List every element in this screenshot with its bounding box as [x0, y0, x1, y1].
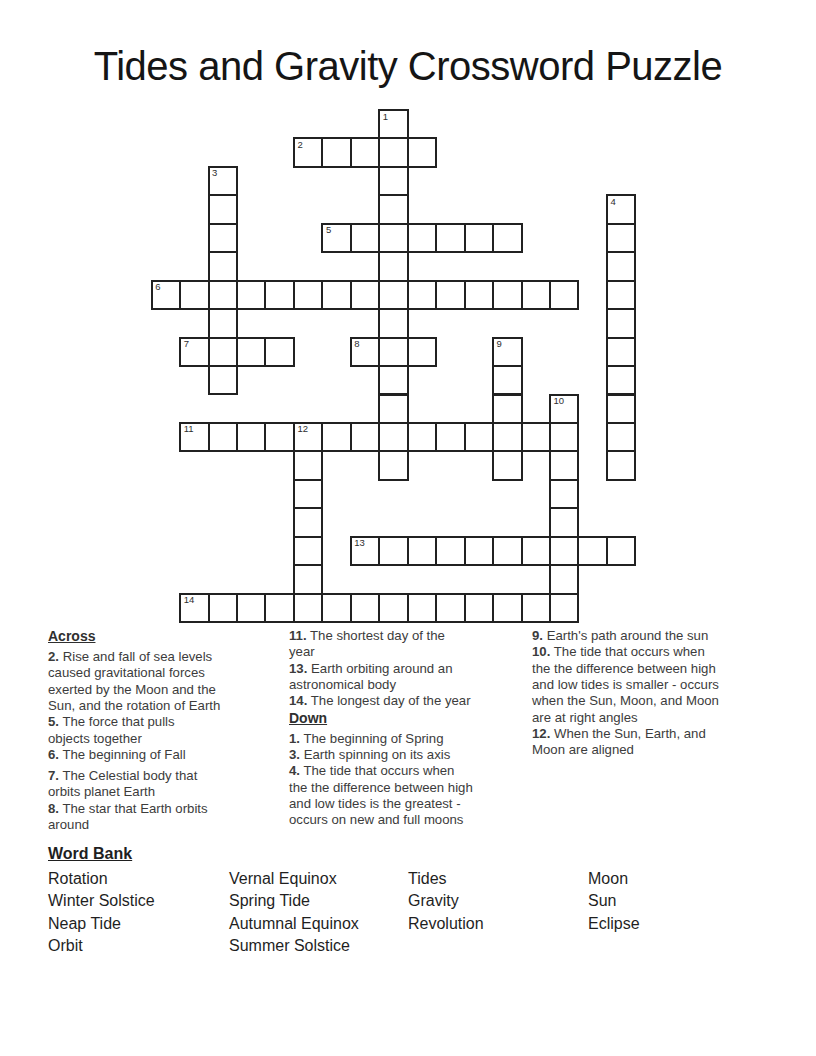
- grid-cell[interactable]: 2: [293, 137, 323, 167]
- grid-cell[interactable]: [492, 593, 522, 623]
- clue-number-label: 13: [354, 538, 365, 548]
- grid-cell[interactable]: [208, 280, 238, 310]
- clue-text: Rise and fall of sea levels caused gravi…: [48, 649, 220, 713]
- grid-cell[interactable]: [549, 479, 579, 509]
- grid-cell[interactable]: 5: [321, 223, 351, 253]
- grid-cell[interactable]: [350, 422, 380, 452]
- clue-text: The longest day of the year: [311, 693, 471, 708]
- grid-cell[interactable]: [577, 536, 607, 566]
- clue-text: The star that Earth orbits around: [48, 801, 208, 832]
- word-bank-item: Orbit: [48, 935, 155, 957]
- grid-cell[interactable]: [492, 536, 522, 566]
- grid-cell[interactable]: [464, 280, 494, 310]
- grid-cell[interactable]: [407, 137, 437, 167]
- grid-cell[interactable]: [549, 593, 579, 623]
- word-bank-item: Gravity: [408, 890, 484, 912]
- clue-number: 5.: [48, 714, 59, 729]
- grid-cell[interactable]: [293, 280, 323, 310]
- grid-cell[interactable]: [606, 365, 636, 395]
- grid-cell[interactable]: [435, 593, 465, 623]
- clue: 3. Earth spinning on its axis: [289, 747, 529, 763]
- clues-section-heading: Across: [48, 628, 284, 644]
- grid-cell[interactable]: [208, 194, 238, 224]
- clue: 7. The Celestial body that orbits planet…: [48, 768, 284, 801]
- grid-cell[interactable]: 10: [549, 394, 579, 424]
- grid-cell[interactable]: [350, 593, 380, 623]
- clue: 6. The beginning of Fall: [48, 747, 284, 763]
- grid-cell[interactable]: [321, 137, 351, 167]
- clue-number-label: 3: [212, 168, 217, 178]
- word-bank-item: Eclipse: [588, 913, 640, 935]
- grid-cell[interactable]: [492, 450, 522, 480]
- grid-cell[interactable]: 11: [179, 422, 209, 452]
- word-bank-column: Vernal EquinoxSpring TideAutumnal Equino…: [229, 868, 359, 958]
- clue-text: The shortest day of the year: [289, 628, 445, 659]
- clue: 13. Earth orbiting around an astronomica…: [289, 661, 529, 694]
- grid-cell[interactable]: [378, 308, 408, 338]
- grid-cell[interactable]: 7: [179, 337, 209, 367]
- clues-section-heading: Down: [289, 710, 529, 726]
- grid-cell[interactable]: [492, 223, 522, 253]
- grid-cell[interactable]: 1: [378, 109, 408, 139]
- clue: 4. The tide that occurs when the the dif…: [289, 763, 529, 828]
- clue-text: The beginning of Fall: [62, 747, 185, 762]
- grid-cell[interactable]: [549, 536, 579, 566]
- grid-cell[interactable]: [179, 280, 209, 310]
- grid-cell[interactable]: [464, 536, 494, 566]
- clue-number: 9.: [532, 628, 543, 643]
- clue: 2. Rise and fall of sea levels caused gr…: [48, 649, 284, 714]
- clue-number: 7.: [48, 768, 59, 783]
- clue: 9. Earth's path around the sun: [532, 628, 774, 644]
- clue-text: The force that pulls objects together: [48, 714, 175, 745]
- grid-cell[interactable]: [464, 593, 494, 623]
- grid-cell[interactable]: [407, 536, 437, 566]
- grid-cell[interactable]: [549, 422, 579, 452]
- clue-number-label: 11: [184, 424, 194, 434]
- clue-number-label: 1: [383, 112, 388, 122]
- grid-cell[interactable]: [208, 308, 238, 338]
- grid-cell[interactable]: [407, 593, 437, 623]
- grid-cell[interactable]: [264, 280, 294, 310]
- crossword-page: Tides and Gravity Crossword Puzzle 12345…: [0, 0, 816, 1056]
- grid-cell[interactable]: [378, 166, 408, 196]
- clue-number: 13.: [289, 661, 307, 676]
- grid-cell[interactable]: [208, 337, 238, 367]
- grid-cell[interactable]: [378, 280, 408, 310]
- clue: 8. The star that Earth orbits around: [48, 801, 284, 834]
- clue: 12. When the Sun, Earth, and Moon are al…: [532, 726, 774, 759]
- grid-cell[interactable]: [378, 223, 408, 253]
- grid-cell[interactable]: [492, 365, 522, 395]
- clue-text: Earth orbiting around an astronomical bo…: [289, 661, 453, 692]
- grid-cell[interactable]: [407, 280, 437, 310]
- word-bank-item: Tides: [408, 868, 484, 890]
- clue-number-label: 7: [184, 339, 189, 349]
- clue-number: 3.: [289, 747, 300, 762]
- grid-cell[interactable]: [407, 422, 437, 452]
- grid-cell[interactable]: [606, 422, 636, 452]
- clue-column: Across2. Rise and fall of sea levels cau…: [48, 628, 284, 833]
- grid-cell[interactable]: 12: [293, 422, 323, 452]
- grid-cell[interactable]: [208, 251, 238, 281]
- grid-cell[interactable]: [549, 450, 579, 480]
- grid-cell[interactable]: 6: [151, 280, 181, 310]
- grid-cell[interactable]: [293, 536, 323, 566]
- clue-number-label: 14: [184, 595, 195, 605]
- clue-number-label: 10: [553, 396, 564, 406]
- word-bank-heading: Word Bank: [48, 844, 132, 864]
- grid-cell[interactable]: [293, 507, 323, 537]
- grid-cell[interactable]: [321, 422, 351, 452]
- word-bank-item: Moon: [588, 868, 640, 890]
- grid-cell[interactable]: [378, 422, 408, 452]
- grid-cell[interactable]: 14: [179, 593, 209, 623]
- grid-cell[interactable]: [321, 593, 351, 623]
- grid-cell[interactable]: [264, 337, 294, 367]
- word-bank-item: Vernal Equinox: [229, 868, 359, 890]
- grid-cell[interactable]: [606, 394, 636, 424]
- grid-cell[interactable]: [606, 337, 636, 367]
- grid-cell[interactable]: [464, 223, 494, 253]
- word-bank-item: Spring Tide: [229, 890, 359, 912]
- grid-cell[interactable]: [435, 422, 465, 452]
- clue-text: The tide that occurs when the the differ…: [532, 644, 719, 724]
- grid-cell[interactable]: [521, 536, 551, 566]
- grid-cell[interactable]: [378, 251, 408, 281]
- clue-number-label: 4: [610, 197, 615, 207]
- grid-cell[interactable]: [606, 223, 636, 253]
- grid-cell[interactable]: [378, 450, 408, 480]
- clue-text: Earth spinning on its axis: [304, 747, 451, 762]
- grid-cell[interactable]: [435, 536, 465, 566]
- grid-cell[interactable]: [407, 337, 437, 367]
- grid-cell[interactable]: 9: [492, 337, 522, 367]
- grid-cell[interactable]: [435, 223, 465, 253]
- word-bank-item: Sun: [588, 890, 640, 912]
- clue-number: 10.: [532, 644, 550, 659]
- word-bank-item: Autumnal Equinox: [229, 913, 359, 935]
- clue-column: 9. Earth's path around the sun10. The ti…: [532, 628, 774, 759]
- clue-text: The beginning of Spring: [303, 731, 443, 746]
- grid-cell[interactable]: [264, 593, 294, 623]
- grid-cell[interactable]: 4: [606, 194, 636, 224]
- grid-cell[interactable]: [293, 564, 323, 594]
- grid-cell[interactable]: [293, 479, 323, 509]
- grid-cell[interactable]: [378, 365, 408, 395]
- word-bank-column: TidesGravityRevolution: [408, 868, 484, 935]
- grid-cell[interactable]: [378, 394, 408, 424]
- clue-number: 4.: [289, 763, 300, 778]
- grid-cell[interactable]: [293, 593, 323, 623]
- grid-cell[interactable]: [236, 280, 266, 310]
- clue-text: Earth's path around the sun: [547, 628, 709, 643]
- clue: 10. The tide that occurs when the the di…: [532, 644, 774, 726]
- grid-cell[interactable]: [293, 450, 323, 480]
- clue-number-label: 2: [297, 140, 302, 150]
- grid-cell[interactable]: [606, 536, 636, 566]
- grid-cell[interactable]: [236, 422, 266, 452]
- word-bank-column: MoonSunEclipse: [588, 868, 640, 935]
- grid-cell[interactable]: [321, 280, 351, 310]
- grid-cell[interactable]: [606, 450, 636, 480]
- grid-cell[interactable]: [378, 337, 408, 367]
- clue-number-label: 8: [354, 339, 359, 349]
- word-bank-item: Summer Solstice: [229, 935, 359, 957]
- grid-cell[interactable]: [378, 593, 408, 623]
- clue-number: 8.: [48, 801, 59, 816]
- grid-cell[interactable]: 3: [208, 166, 238, 196]
- word-bank-item: Rotation: [48, 868, 155, 890]
- clue-number: 1.: [289, 731, 300, 746]
- clue-number-label: 6: [155, 282, 160, 292]
- clue-text: When the Sun, Earth, and Moon are aligne…: [532, 726, 706, 757]
- grid-cell[interactable]: [492, 280, 522, 310]
- grid-cell[interactable]: [208, 593, 238, 623]
- clue: 14. The longest day of the year: [289, 693, 529, 709]
- grid-cell[interactable]: [549, 564, 579, 594]
- grid-cell[interactable]: [521, 422, 551, 452]
- word-bank-item: Winter Solstice: [48, 890, 155, 912]
- grid-cell[interactable]: [378, 194, 408, 224]
- grid-cell[interactable]: [492, 422, 522, 452]
- grid-cell[interactable]: [521, 593, 551, 623]
- grid-cell[interactable]: [549, 280, 579, 310]
- grid-cell[interactable]: [264, 422, 294, 452]
- page-title: Tides and Gravity Crossword Puzzle: [0, 42, 816, 90]
- grid-cell[interactable]: [407, 223, 437, 253]
- clue-number: 14.: [289, 693, 307, 708]
- grid-cell[interactable]: [208, 422, 238, 452]
- clue-number: 6.: [48, 747, 59, 762]
- grid-cell[interactable]: [606, 280, 636, 310]
- clue-number: 11.: [289, 628, 307, 643]
- clue: 1. The beginning of Spring: [289, 731, 529, 747]
- clue-text: The Celestial body that orbits planet Ea…: [48, 768, 197, 799]
- clue: 11. The shortest day of the year: [289, 628, 529, 661]
- grid-cell[interactable]: [236, 337, 266, 367]
- grid-cell[interactable]: [464, 422, 494, 452]
- grid-cell[interactable]: [606, 308, 636, 338]
- grid-cell[interactable]: [521, 280, 551, 310]
- clue: 5. The force that pulls objects together: [48, 714, 284, 747]
- grid-cell[interactable]: [606, 251, 636, 281]
- grid-cell[interactable]: [350, 223, 380, 253]
- clue-number-label: 9: [497, 339, 502, 349]
- grid-cell[interactable]: [208, 365, 238, 395]
- grid-cell[interactable]: 8: [350, 337, 380, 367]
- grid-cell[interactable]: [549, 507, 579, 537]
- clue-number-label: 12: [297, 424, 308, 434]
- clue-number: 2.: [48, 649, 59, 664]
- grid-cell[interactable]: [208, 223, 238, 253]
- grid-cell[interactable]: [236, 593, 266, 623]
- clue-text: The tide that occurs when the the differ…: [289, 763, 473, 827]
- grid-cell[interactable]: [492, 394, 522, 424]
- grid-cell[interactable]: [435, 280, 465, 310]
- grid-cell[interactable]: [350, 280, 380, 310]
- word-bank-item: Neap Tide: [48, 913, 155, 935]
- word-bank-column: RotationWinter SolsticeNeap TideOrbit: [48, 868, 155, 958]
- grid-cell[interactable]: [378, 137, 408, 167]
- clue-number-label: 5: [326, 225, 331, 235]
- clue-column: 11. The shortest day of the year13. Eart…: [289, 628, 529, 829]
- grid-cell[interactable]: 13: [350, 536, 380, 566]
- grid-cell[interactable]: [350, 137, 380, 167]
- grid-cell[interactable]: [378, 536, 408, 566]
- clue-number: 12.: [532, 726, 550, 741]
- word-bank-item: Revolution: [408, 913, 484, 935]
